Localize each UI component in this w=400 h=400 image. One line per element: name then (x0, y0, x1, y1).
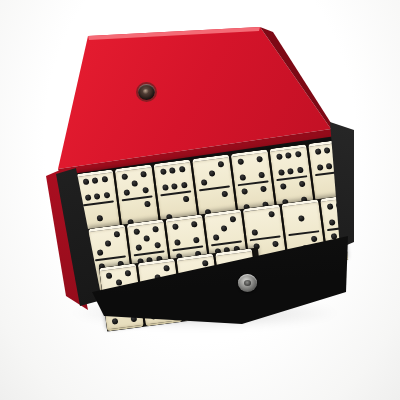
pip (295, 151, 302, 158)
pip (133, 228, 140, 235)
pip (239, 174, 246, 181)
pip (169, 167, 176, 174)
pip (183, 196, 190, 203)
pip (237, 158, 244, 165)
pip (144, 235, 151, 242)
pip (140, 171, 147, 178)
pip (172, 183, 179, 190)
pip (123, 189, 130, 196)
pip (280, 183, 287, 190)
pip (324, 147, 331, 154)
pip (315, 148, 322, 155)
pip (299, 215, 306, 222)
pip (218, 161, 225, 168)
pip (121, 173, 128, 180)
pip (311, 236, 318, 243)
pip (111, 318, 118, 325)
pip (135, 244, 142, 251)
pip (241, 188, 248, 195)
pip (152, 226, 159, 233)
pip (327, 203, 334, 210)
pip (230, 216, 237, 223)
pip (286, 152, 293, 159)
pip (85, 194, 92, 201)
pip (106, 272, 113, 279)
product-photo-domino-case (0, 0, 400, 400)
pip (326, 163, 333, 170)
pip (297, 167, 304, 174)
pip (260, 186, 267, 193)
pip (142, 187, 149, 194)
pip (251, 229, 258, 236)
pip (191, 221, 198, 228)
pip (163, 265, 170, 272)
pip (272, 241, 279, 248)
pip (201, 179, 208, 186)
pip (221, 225, 228, 232)
pip (213, 234, 220, 241)
pip (104, 192, 111, 199)
pip (299, 181, 306, 188)
pip (329, 219, 336, 226)
pip (83, 178, 90, 185)
pip (288, 168, 295, 175)
pip (97, 215, 104, 222)
case-snap-stud-icon (238, 274, 257, 292)
pip (179, 166, 186, 173)
pip (144, 201, 151, 208)
pip (258, 172, 265, 179)
pip (132, 180, 139, 187)
pip (256, 156, 263, 163)
pip (105, 240, 112, 247)
pip (94, 193, 101, 200)
pip (278, 169, 285, 176)
pip (172, 223, 179, 230)
pip (125, 270, 132, 277)
pip (181, 182, 188, 189)
pip (193, 237, 200, 244)
pip (276, 153, 283, 160)
pip (317, 164, 324, 171)
pip (116, 279, 123, 286)
pip (162, 184, 169, 191)
pip (102, 176, 109, 183)
pip (160, 168, 167, 175)
pip (268, 211, 275, 218)
lid-snap-socket-icon (138, 84, 155, 100)
pip (114, 231, 121, 238)
pip (97, 249, 104, 256)
pip (202, 260, 209, 267)
pip (154, 242, 161, 249)
pip (222, 191, 229, 198)
pip (174, 239, 181, 246)
pip (92, 177, 99, 184)
pip (209, 170, 216, 177)
